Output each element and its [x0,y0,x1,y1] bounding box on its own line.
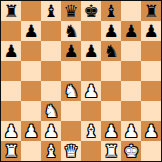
square-c8[interactable]: ♝ [41,1,61,21]
white-bishop-piece[interactable]: ♝ [43,141,58,161]
white-bishop-piece[interactable]: ♝ [83,121,98,141]
square-d6[interactable]: ♟ [61,41,81,61]
square-b8[interactable] [21,1,41,21]
white-king-piece[interactable]: ♚ [123,141,138,161]
black-pawn-piece[interactable]: ♟ [103,21,118,41]
square-f2[interactable]: ♟ [101,121,121,141]
white-rook-piece[interactable]: ♜ [3,141,18,161]
square-a4[interactable] [1,81,21,101]
square-a7[interactable] [1,21,21,41]
square-g2[interactable]: ♟ [121,121,141,141]
square-b2[interactable]: ♟ [21,121,41,141]
black-rook-piece[interactable]: ♜ [143,1,158,21]
square-a6[interactable]: ♟ [1,41,21,61]
square-d7[interactable]: ♞ [61,21,81,41]
white-pawn-piece[interactable]: ♟ [83,81,98,101]
white-pawn-piece[interactable]: ♟ [43,121,58,141]
chess-board: ♜♝♛♚♝♜♟♞♟♟♟♟♟♟♞♞♟♞♟♟♟♝♟♟♟♜♝♛♜♚ [0,0,162,162]
square-h8[interactable]: ♜ [141,1,161,21]
square-e5[interactable] [81,61,101,81]
black-pawn-piece[interactable]: ♟ [3,41,18,61]
square-e7[interactable] [81,21,101,41]
square-e6[interactable]: ♟ [81,41,101,61]
square-b5[interactable] [21,61,41,81]
white-pawn-piece[interactable]: ♟ [143,121,158,141]
square-b6[interactable] [21,41,41,61]
square-e3[interactable] [81,101,101,121]
square-h2[interactable]: ♟ [141,121,161,141]
square-g8[interactable] [121,1,141,21]
square-c6[interactable] [41,41,61,61]
square-h4[interactable] [141,81,161,101]
square-g4[interactable] [121,81,141,101]
black-pawn-piece[interactable]: ♟ [143,21,158,41]
black-pawn-piece[interactable]: ♟ [63,41,78,61]
square-c2[interactable]: ♟ [41,121,61,141]
square-e8[interactable]: ♚ [81,1,101,21]
black-rook-piece[interactable]: ♜ [3,1,18,21]
square-c7[interactable] [41,21,61,41]
black-pawn-piece[interactable]: ♟ [123,21,138,41]
square-e4[interactable]: ♟ [81,81,101,101]
black-bishop-piece[interactable]: ♝ [43,1,58,21]
square-a3[interactable] [1,101,21,121]
square-h1[interactable] [141,141,161,161]
square-f4[interactable] [101,81,121,101]
black-pawn-piece[interactable]: ♟ [83,41,98,61]
square-f8[interactable]: ♝ [101,1,121,21]
square-d8[interactable]: ♛ [61,1,81,21]
square-g6[interactable] [121,41,141,61]
square-c5[interactable] [41,61,61,81]
black-king-piece[interactable]: ♚ [83,1,98,21]
square-d2[interactable] [61,121,81,141]
square-b1[interactable] [21,141,41,161]
white-knight-piece[interactable]: ♞ [63,81,78,101]
square-h6[interactable] [141,41,161,61]
square-f7[interactable]: ♟ [101,21,121,41]
square-g3[interactable] [121,101,141,121]
square-f3[interactable] [101,101,121,121]
square-g7[interactable]: ♟ [121,21,141,41]
square-e1[interactable] [81,141,101,161]
square-g5[interactable] [121,61,141,81]
square-a2[interactable]: ♟ [1,121,21,141]
square-b7[interactable]: ♟ [21,21,41,41]
square-f1[interactable]: ♜ [101,141,121,161]
square-c3[interactable]: ♞ [41,101,61,121]
white-queen-piece[interactable]: ♛ [63,141,78,161]
square-h5[interactable] [141,61,161,81]
square-g1[interactable]: ♚ [121,141,141,161]
square-d4[interactable]: ♞ [61,81,81,101]
square-f6[interactable]: ♞ [101,41,121,61]
square-c1[interactable]: ♝ [41,141,61,161]
black-queen-piece[interactable]: ♛ [63,1,78,21]
square-b4[interactable] [21,81,41,101]
white-pawn-piece[interactable]: ♟ [123,121,138,141]
square-a8[interactable]: ♜ [1,1,21,21]
black-bishop-piece[interactable]: ♝ [103,1,118,21]
square-a1[interactable]: ♜ [1,141,21,161]
chess-board-container: ♜♝♛♚♝♜♟♞♟♟♟♟♟♟♞♞♟♞♟♟♟♝♟♟♟♜♝♛♜♚ [0,0,162,162]
white-knight-piece[interactable]: ♞ [43,101,58,121]
white-pawn-piece[interactable]: ♟ [103,121,118,141]
square-c4[interactable] [41,81,61,101]
square-e2[interactable]: ♝ [81,121,101,141]
square-d3[interactable] [61,101,81,121]
black-pawn-piece[interactable]: ♟ [23,21,38,41]
square-d1[interactable]: ♛ [61,141,81,161]
white-pawn-piece[interactable]: ♟ [3,121,18,141]
white-rook-piece[interactable]: ♜ [103,141,118,161]
black-knight-piece[interactable]: ♞ [103,41,118,61]
square-h7[interactable]: ♟ [141,21,161,41]
square-h3[interactable] [141,101,161,121]
white-pawn-piece[interactable]: ♟ [23,121,38,141]
square-f5[interactable] [101,61,121,81]
black-knight-piece[interactable]: ♞ [63,21,78,41]
square-d5[interactable] [61,61,81,81]
square-a5[interactable] [1,61,21,81]
square-b3[interactable] [21,101,41,121]
